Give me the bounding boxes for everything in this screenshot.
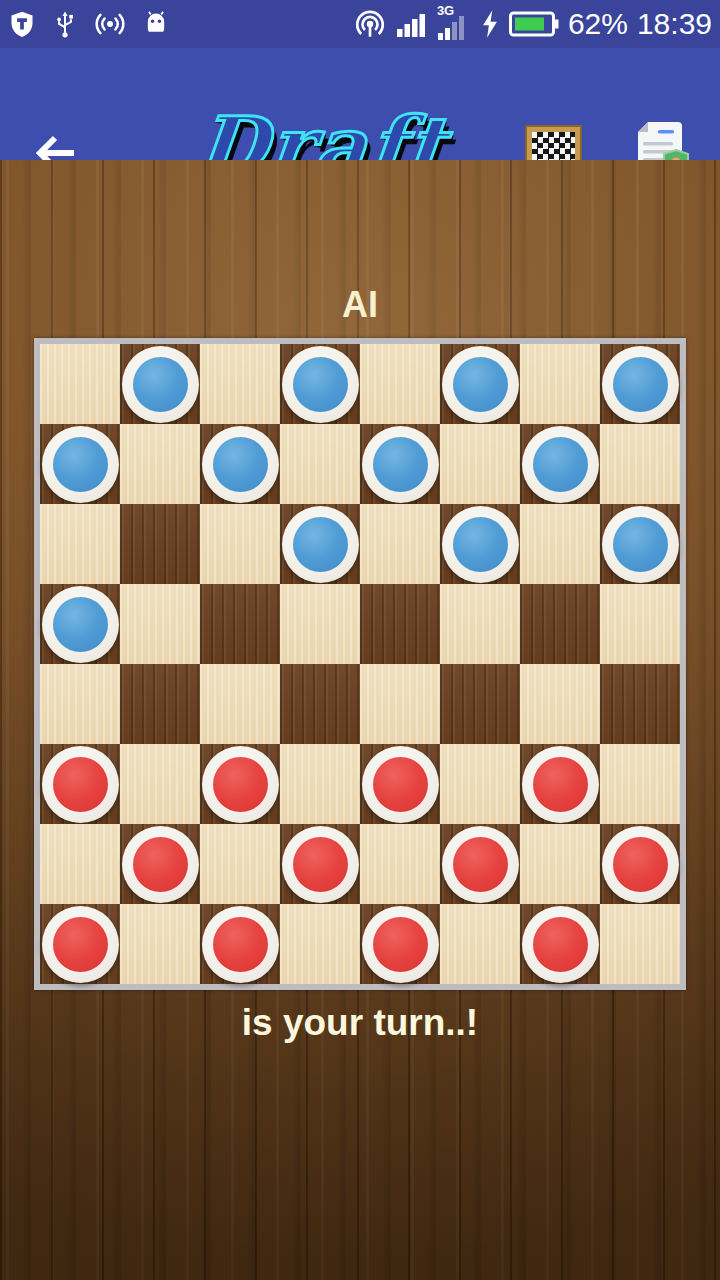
cell-r2c5[interactable] [440,504,520,584]
cell-r1c0[interactable] [40,424,120,504]
piece-core [613,357,668,412]
blue-piece[interactable] [522,426,599,503]
cell-r3c4[interactable] [360,584,440,664]
cell-r5c4[interactable] [360,744,440,824]
status-bar-right: 3G 62% 18:39 [353,7,712,41]
blue-piece[interactable] [122,346,199,423]
cell-r4c1[interactable] [120,664,200,744]
cell-r4c6[interactable] [520,664,600,744]
piece-core [53,917,108,972]
cell-r1c7[interactable] [600,424,680,504]
piece-core [533,437,588,492]
cell-r2c2[interactable] [200,504,280,584]
cell-r2c1[interactable] [120,504,200,584]
piece-core [453,357,508,412]
cell-r0c4[interactable] [360,344,440,424]
piece-core [293,357,348,412]
cell-r0c5[interactable] [440,344,520,424]
cell-r7c7[interactable] [600,904,680,984]
cell-r6c7[interactable] [600,824,680,904]
piece-core [213,917,268,972]
cell-r0c6[interactable] [520,344,600,424]
blue-piece[interactable] [282,346,359,423]
cell-r5c1[interactable] [120,744,200,824]
cell-r6c0[interactable] [40,824,120,904]
cell-r3c1[interactable] [120,584,200,664]
red-piece[interactable] [42,906,119,983]
cell-r0c7[interactable] [600,344,680,424]
battery-percent: 62% [568,7,628,41]
cell-r3c3[interactable] [280,584,360,664]
cell-r5c0[interactable] [40,744,120,824]
red-piece[interactable] [362,906,439,983]
cell-r0c3[interactable] [280,344,360,424]
cell-r4c2[interactable] [200,664,280,744]
piece-core [133,357,188,412]
piece-core [53,757,108,812]
hotspot-icon [94,9,126,39]
cell-r6c5[interactable] [440,824,520,904]
cell-r6c6[interactable] [520,824,600,904]
cell-r7c6[interactable] [520,904,600,984]
cell-r5c6[interactable] [520,744,600,824]
red-piece[interactable] [522,746,599,823]
red-piece[interactable] [522,906,599,983]
blue-piece[interactable] [42,426,119,503]
cell-r3c0[interactable] [40,584,120,664]
red-piece[interactable] [122,826,199,903]
cell-r1c3[interactable] [280,424,360,504]
blue-piece[interactable] [442,346,519,423]
opponent-label: AI [0,284,720,326]
piece-core [453,517,508,572]
cell-r5c2[interactable] [200,744,280,824]
cell-r7c0[interactable] [40,904,120,984]
blue-piece[interactable] [442,506,519,583]
red-piece[interactable] [362,746,439,823]
piece-core [53,437,108,492]
red-piece[interactable] [602,826,679,903]
piece-core [613,517,668,572]
piece-core [213,437,268,492]
red-piece[interactable] [202,906,279,983]
screen: 3G 62% 18:39 [0,0,720,1280]
cell-r2c6[interactable] [520,504,600,584]
cell-r7c2[interactable] [200,904,280,984]
cell-r5c3[interactable] [280,744,360,824]
cell-r4c5[interactable] [440,664,520,744]
usb-icon [52,8,78,40]
cell-r3c2[interactable] [200,584,280,664]
piece-core [213,757,268,812]
cell-r3c6[interactable] [520,584,600,664]
cell-r7c1[interactable] [120,904,200,984]
cell-r5c7[interactable] [600,744,680,824]
clock: 18:39 [637,7,712,41]
piece-core [453,837,508,892]
cell-r1c4[interactable] [360,424,440,504]
cell-r6c3[interactable] [280,824,360,904]
board-grid [40,344,680,984]
cell-r2c7[interactable] [600,504,680,584]
cell-r5c5[interactable] [440,744,520,824]
status-bar-left [8,8,170,40]
piece-core [533,917,588,972]
app-bar: Draft [0,48,720,160]
battery-icon [509,10,559,38]
piece-core [373,917,428,972]
turn-message: is your turn..! [0,1002,720,1044]
cell-r4c4[interactable] [360,664,440,744]
cell-r7c5[interactable] [440,904,520,984]
cell-r6c2[interactable] [200,824,280,904]
cell-r2c0[interactable] [40,504,120,584]
cell-r4c7[interactable] [600,664,680,744]
cell-r0c2[interactable] [200,344,280,424]
piece-core [533,757,588,812]
red-piece[interactable] [42,746,119,823]
cell-r4c0[interactable] [40,664,120,744]
cell-r0c1[interactable] [120,344,200,424]
blue-piece[interactable] [202,426,279,503]
cell-r1c2[interactable] [200,424,280,504]
blue-piece[interactable] [602,506,679,583]
cell-r2c4[interactable] [360,504,440,584]
cell-r6c4[interactable] [360,824,440,904]
cell-r7c3[interactable] [280,904,360,984]
tethering-icon [353,7,387,41]
cell-r3c5[interactable] [440,584,520,664]
shield-icon [8,9,36,39]
blue-piece[interactable] [602,346,679,423]
cell-r0c0[interactable] [40,344,120,424]
android-icon [142,9,170,39]
blue-piece[interactable] [362,426,439,503]
blue-piece[interactable] [42,586,119,663]
cell-r1c1[interactable] [120,424,200,504]
piece-core [373,757,428,812]
cell-r3c7[interactable] [600,584,680,664]
charging-icon [480,9,500,39]
cell-r7c4[interactable] [360,904,440,984]
cell-r1c5[interactable] [440,424,520,504]
status-bar: 3G 62% 18:39 [0,0,720,48]
piece-core [293,517,348,572]
signal-icon [396,9,428,39]
piece-core [293,837,348,892]
red-piece[interactable] [442,826,519,903]
blue-piece[interactable] [282,506,359,583]
board [34,338,686,990]
cell-r4c3[interactable] [280,664,360,744]
cell-r2c3[interactable] [280,504,360,584]
piece-core [613,837,668,892]
cell-r1c6[interactable] [520,424,600,504]
red-piece[interactable] [282,826,359,903]
cell-r6c1[interactable] [120,824,200,904]
piece-core [373,437,428,492]
piece-core [53,597,108,652]
piece-core [133,837,188,892]
red-piece[interactable] [202,746,279,823]
3g-signal-icon: 3G [437,7,471,41]
